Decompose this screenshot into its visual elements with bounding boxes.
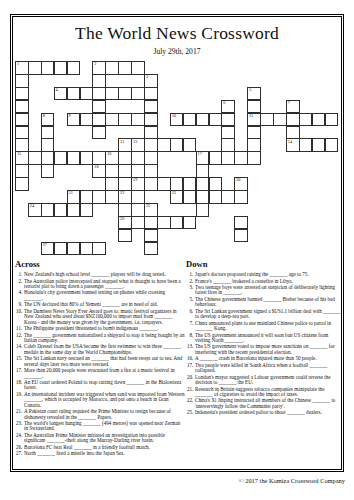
cell-number: 6 xyxy=(223,101,225,106)
grid-cell[interactable]: 27 xyxy=(41,242,55,256)
grid-cell[interactable] xyxy=(221,126,235,140)
clue-text: A Pakistan court ruling required the Pri… xyxy=(24,408,171,419)
down-clue: 17.Two people were killed in South Afric… xyxy=(186,363,342,374)
clue-text: Two people were killed in South Africa w… xyxy=(195,362,327,373)
grid-cell[interactable] xyxy=(144,100,158,114)
clue-number: 10. xyxy=(15,309,22,314)
cell-number: 12 xyxy=(120,140,124,145)
clue-text: Caleb Dressel from the USA became the fi… xyxy=(24,343,181,354)
clue-text: The Sri Lankan government signed a $US1.… xyxy=(195,308,341,319)
across-clue: 19.An international incident was trigger… xyxy=(15,392,185,408)
clue-text: London's mayor suggested a Labour govern… xyxy=(195,374,331,385)
grid-cell[interactable] xyxy=(144,138,158,152)
grid-cell[interactable] xyxy=(105,177,119,191)
grid-cell[interactable] xyxy=(41,126,55,140)
grid-cell[interactable] xyxy=(144,242,158,256)
grid-cell[interactable] xyxy=(157,216,171,230)
clue-number: 24. xyxy=(15,433,22,438)
grid-cell[interactable] xyxy=(15,138,29,152)
cell-number: 3 xyxy=(146,75,148,80)
grid-cell[interactable] xyxy=(221,138,235,152)
clue-number: 25. xyxy=(186,410,193,415)
grid-cell[interactable] xyxy=(15,87,29,101)
grid-cell[interactable] xyxy=(54,61,68,75)
grid-cell[interactable] xyxy=(144,177,158,191)
across-clue: 21.A Pakistan court ruling required the … xyxy=(15,409,185,420)
grid-cell[interactable]: 17 xyxy=(196,151,210,165)
grid-cell[interactable] xyxy=(92,87,106,101)
clue-number: 17. xyxy=(186,363,193,368)
grid-cell[interactable] xyxy=(80,87,94,101)
grid-cell[interactable] xyxy=(312,113,326,127)
cell-number: 22 xyxy=(120,191,124,196)
grid-cell[interactable] xyxy=(221,190,235,204)
clue-number: 1. xyxy=(15,272,22,277)
grid-cell[interactable] xyxy=(170,216,184,230)
cell-number: 4 xyxy=(56,88,58,93)
across-clue: 14.Caleb Dressel from the USA became the… xyxy=(15,344,185,355)
grid-cell[interactable] xyxy=(28,61,42,75)
grid-cell[interactable] xyxy=(80,190,94,204)
clue-number: 18. xyxy=(15,380,22,385)
grid-cell[interactable] xyxy=(67,242,81,256)
grid-cell[interactable] xyxy=(118,164,132,178)
grid-cell[interactable] xyxy=(92,242,106,256)
down-clue: 5.The Chinese government banned _______ … xyxy=(186,297,342,308)
grid-cell[interactable] xyxy=(299,113,313,127)
cell-number: 2 xyxy=(94,62,96,67)
cell-number: 13 xyxy=(133,140,137,145)
grid-cell[interactable] xyxy=(144,113,158,127)
grid-cell[interactable] xyxy=(118,87,132,101)
grid-cell[interactable] xyxy=(157,177,171,191)
cell-number: 10 xyxy=(172,114,176,119)
grid-cell[interactable]: 21 xyxy=(67,190,81,204)
clue-number: 21. xyxy=(186,387,193,392)
grid-cell[interactable] xyxy=(144,229,158,243)
clue-text: The US government announced it will soon… xyxy=(195,332,328,343)
grid-cell[interactable] xyxy=(144,126,158,140)
clue-number: 15. xyxy=(15,356,22,361)
grid-cell[interactable] xyxy=(54,242,68,256)
grid-cell[interactable] xyxy=(286,113,300,127)
grid-cell[interactable] xyxy=(105,61,119,75)
clue-text: An EU court ordered Poland to stop cutti… xyxy=(24,379,181,390)
grid-cell[interactable] xyxy=(92,190,106,204)
grid-cell[interactable] xyxy=(144,164,158,178)
grid-cell[interactable] xyxy=(80,242,94,256)
down-clue: 6.The Sri Lankan government signed a $US… xyxy=(186,309,342,320)
grid-cell[interactable] xyxy=(131,87,145,101)
grid-cell[interactable] xyxy=(247,100,261,114)
grid-cell[interactable] xyxy=(157,138,171,152)
clue-number: 23. xyxy=(15,421,22,426)
grid-cell[interactable] xyxy=(118,113,132,127)
clue-text: China announced plans to use mainland Ch… xyxy=(195,320,331,331)
grid-cell[interactable]: 26 xyxy=(118,216,132,230)
grid-cell[interactable] xyxy=(92,113,106,127)
grid-cell[interactable] xyxy=(41,203,55,217)
grid-cell[interactable] xyxy=(92,151,106,165)
grid-cell[interactable] xyxy=(325,138,339,152)
grid-cell[interactable] xyxy=(325,113,339,127)
grid-cell[interactable] xyxy=(234,229,248,243)
cell-number: 11 xyxy=(249,114,253,119)
clue-text: More than 20,000 people were evacuated f… xyxy=(24,367,175,378)
clue-text: Research in Britain suggests tobacco com… xyxy=(195,386,324,397)
grid-cell[interactable] xyxy=(299,138,313,152)
cell-number: 21 xyxy=(68,191,72,196)
grid-cell[interactable]: 23 xyxy=(170,190,184,204)
grid-cell[interactable]: 6 xyxy=(221,100,235,114)
cell-number: 15 xyxy=(17,152,21,157)
clue-text: A _______ crash in Barcelona injured mor… xyxy=(195,355,317,361)
grid-cell[interactable] xyxy=(92,126,106,140)
across-clue: 17.More than 20,000 people were evacuate… xyxy=(15,368,185,379)
grid-cell[interactable] xyxy=(221,151,235,165)
clue-text: France's _______ brokered a ceasefire in… xyxy=(195,278,293,284)
clue-number: 27. xyxy=(15,451,22,456)
clue-number: 11. xyxy=(15,326,22,331)
grid-cell[interactable] xyxy=(131,113,145,127)
grid-cell[interactable]: 5 xyxy=(247,87,261,101)
grid-cell[interactable] xyxy=(170,138,184,152)
clue-number: 21. xyxy=(15,409,22,414)
grid-cell[interactable] xyxy=(247,151,261,165)
grid-cell[interactable]: 12 xyxy=(118,138,132,152)
grid-cell[interactable] xyxy=(41,164,55,178)
down-clue: 25.Indonesia's president ordered police … xyxy=(186,410,342,415)
grid-cell[interactable] xyxy=(15,100,29,114)
clue-text: Barcelona FC beat Real _______ in a frie… xyxy=(24,444,150,450)
grid-cell[interactable]: 10 xyxy=(170,113,184,127)
grid-cell[interactable] xyxy=(196,177,210,191)
cell-number: 1 xyxy=(17,62,19,67)
clue-number: 19. xyxy=(15,392,22,397)
grid-cell[interactable] xyxy=(67,151,81,165)
cell-number: 17 xyxy=(197,152,201,157)
grid-cell[interactable] xyxy=(170,177,184,191)
grid-cell[interactable]: 13 xyxy=(131,138,145,152)
down-clue: 21.Research in Britain suggests tobacco … xyxy=(186,387,342,398)
down-clue: 13.The US government voted to impose mor… xyxy=(186,344,342,355)
cell-number: 18 xyxy=(94,165,98,170)
grid-cell[interactable] xyxy=(209,113,223,127)
grid-cell[interactable] xyxy=(105,113,119,127)
clue-number: 8. xyxy=(186,333,193,338)
grid-cell[interactable] xyxy=(54,151,68,165)
clue-number: 17. xyxy=(15,368,22,373)
clue-text: The UN declared that 80% of Yemeni _____… xyxy=(24,301,158,307)
cell-number: 7 xyxy=(288,101,290,106)
grid-cell[interactable] xyxy=(209,151,223,165)
grid-cell[interactable] xyxy=(312,138,326,152)
across-clues-column: Across 1.New Zealand's high school level… xyxy=(15,260,185,458)
clue-text: New Zealand's high school level _______ … xyxy=(24,271,166,277)
clue-number: 16. xyxy=(186,356,193,361)
clue-text: China's Xi Jinping instructed all member… xyxy=(195,397,335,408)
grid-cell[interactable] xyxy=(80,151,94,165)
clue-text: The Chinese government banned _______ Bi… xyxy=(195,296,335,307)
grid-cell[interactable] xyxy=(183,190,197,204)
grid-cell[interactable] xyxy=(247,138,261,152)
grid-cell[interactable] xyxy=(80,203,94,217)
grid-cell[interactable] xyxy=(92,100,106,114)
grid-cell[interactable]: 15 xyxy=(15,151,29,165)
clue-text: An international incident was triggered … xyxy=(24,391,184,408)
across-clue: 12.The _______ government nationalised a… xyxy=(15,333,185,344)
grid-cell[interactable]: 20 xyxy=(234,177,248,191)
grid-cell[interactable] xyxy=(286,126,300,140)
clue-number: 9. xyxy=(15,302,22,307)
cell-number: 24 xyxy=(30,204,34,209)
grid-cell[interactable]: 25 xyxy=(144,203,158,217)
grid-cell[interactable] xyxy=(144,151,158,165)
grid-cell[interactable] xyxy=(183,216,197,230)
down-clue: 3.Two teenage boys were arrested on susp… xyxy=(186,285,342,296)
grid-cell[interactable] xyxy=(41,151,55,165)
cell-number: 20 xyxy=(236,178,240,183)
grid-cell[interactable] xyxy=(196,164,210,178)
grid-cell[interactable]: 1 xyxy=(15,61,29,75)
cell-number: 27 xyxy=(43,243,47,248)
grid-cell[interactable] xyxy=(221,113,235,127)
cell-number: 5 xyxy=(249,88,251,93)
across-clue: 24.The Australian Prime Minister initiat… xyxy=(15,433,185,444)
grid-cell[interactable] xyxy=(80,113,94,127)
across-clue: 27.North _______ fired a missile into th… xyxy=(15,451,185,456)
grid-cell[interactable] xyxy=(15,177,29,191)
grid-cell[interactable]: 14 xyxy=(286,138,300,152)
grid-cell[interactable] xyxy=(234,216,248,230)
clue-text: Two teenage boys were arrested on suspic… xyxy=(195,284,335,295)
grid-cell[interactable] xyxy=(260,113,274,127)
grid-cell[interactable]: 24 xyxy=(28,203,42,217)
grid-cell[interactable] xyxy=(118,203,132,217)
clue-number: 6. xyxy=(186,309,193,314)
grid-cell[interactable] xyxy=(209,177,223,191)
grid-cell[interactable] xyxy=(105,190,119,204)
grid-cell[interactable] xyxy=(15,126,29,140)
grid-cell[interactable] xyxy=(247,126,261,140)
grid-cell[interactable] xyxy=(92,74,106,88)
grid-cell[interactable]: 19 xyxy=(131,177,145,191)
grid-cell[interactable] xyxy=(273,113,287,127)
grid-cell[interactable]: 22 xyxy=(118,190,132,204)
grid-cell[interactable] xyxy=(183,177,197,191)
grid-cell[interactable] xyxy=(105,87,119,101)
clue-number: 3. xyxy=(186,285,193,290)
grid-cell[interactable] xyxy=(131,61,145,75)
cell-number: 9 xyxy=(68,114,70,119)
clue-text: The Philippine president threatened to b… xyxy=(24,325,159,331)
across-clue: 18.An EU court ordered Poland to stop cu… xyxy=(15,380,185,391)
grid-cell[interactable] xyxy=(67,61,81,75)
grid-cell[interactable] xyxy=(131,216,145,230)
clue-number: 20. xyxy=(186,375,193,380)
across-clue: 2.The Australian police intercepted and … xyxy=(15,279,185,290)
down-clues-column: Down 1.Japan's doctors proposed raising … xyxy=(186,260,342,417)
grid-cell[interactable] xyxy=(118,61,132,75)
grid-cell[interactable] xyxy=(196,190,210,204)
across-clue: 10.The Dumbest News Story Ever Award goe… xyxy=(15,309,185,325)
clue-number: 1. xyxy=(186,272,193,277)
grid-cell[interactable]: 8 xyxy=(41,113,55,127)
grid-cell[interactable]: 3 xyxy=(144,74,158,88)
copyright-footer: © 2017 the Komiza Crossword Company xyxy=(239,477,345,484)
across-heading: Across xyxy=(15,260,185,269)
cell-number: 8 xyxy=(43,114,45,119)
grid-cell[interactable] xyxy=(67,87,81,101)
grid-cell[interactable]: 11 xyxy=(247,113,261,127)
down-clue-list: 1.Japan's doctors proposed raising the _… xyxy=(186,272,342,416)
grid-cell[interactable] xyxy=(118,229,132,243)
grid-cell[interactable] xyxy=(196,203,210,217)
grid-cell[interactable] xyxy=(131,151,145,165)
clue-number: 14. xyxy=(15,344,22,349)
grid-cell[interactable] xyxy=(131,190,145,204)
clue-number: 13. xyxy=(186,344,193,349)
grid-cell[interactable]: 16 xyxy=(105,151,119,165)
down-heading: Down xyxy=(186,260,342,269)
down-clue: 7.China announced plans to use mainland … xyxy=(186,321,342,332)
crossword-page: The World News Crossword July 29th, 2017… xyxy=(0,0,354,500)
grid-cell[interactable] xyxy=(183,113,197,127)
clue-number: 22. xyxy=(186,398,193,403)
grid-cell[interactable] xyxy=(15,113,29,127)
across-clue: 4.Honolulu's city government banned text… xyxy=(15,290,185,301)
clue-number: 7. xyxy=(186,321,193,326)
clue-text: The _______ government nationalised a sh… xyxy=(24,332,184,343)
grid-cell[interactable] xyxy=(67,203,81,217)
grid-cell[interactable] xyxy=(209,190,223,204)
clue-text: The Australian police intercepted and st… xyxy=(24,278,181,289)
grid-cell[interactable] xyxy=(28,151,42,165)
clue-number: 5. xyxy=(186,297,193,302)
clue-number: 12. xyxy=(15,333,22,338)
crossword-grid: 1234567891011121314151617181920212223242… xyxy=(15,61,339,256)
grid-cell[interactable]: 9 xyxy=(67,113,81,127)
cell-number: 26 xyxy=(120,217,124,222)
grid-cell[interactable] xyxy=(41,138,55,152)
grid-cell[interactable]: 18 xyxy=(92,164,106,178)
clue-text: The world's longest hanging _______ (494… xyxy=(24,420,181,431)
clue-text: The US government voted to impose more s… xyxy=(195,343,335,354)
cell-number: 23 xyxy=(172,191,176,196)
across-clue: 23.The world's longest hanging _______ (… xyxy=(15,421,185,432)
puzzle-date: July 29th, 2017 xyxy=(0,47,354,56)
cell-number: 25 xyxy=(146,204,150,209)
down-clue: 20.London's mayor suggested a Labour gov… xyxy=(186,375,342,386)
grid-cell[interactable]: 4 xyxy=(54,87,68,101)
clue-text: Indonesia's president ordered police to … xyxy=(195,409,322,415)
clue-number: 2. xyxy=(15,279,22,284)
grid-cell[interactable] xyxy=(131,164,145,178)
grid-cell[interactable] xyxy=(15,164,29,178)
cell-number: 19 xyxy=(133,178,137,183)
cell-number: 14 xyxy=(288,140,292,145)
clue-text: Honolulu's city government banned textin… xyxy=(24,289,165,300)
clue-text: The Dumbest News Story Ever Award goes t… xyxy=(24,308,177,325)
grid-cell[interactable] xyxy=(196,113,210,127)
across-clue-list: 1.New Zealand's high school level ______… xyxy=(15,272,185,457)
clue-text: Japan's doctors proposed raising the ___… xyxy=(195,271,309,277)
grid-cell[interactable] xyxy=(54,203,68,217)
grid-cell[interactable] xyxy=(15,74,29,88)
grid-cell[interactable] xyxy=(41,61,55,75)
clue-number: 4. xyxy=(15,290,22,295)
down-clue: 22.China's Xi Jinping instructed all mem… xyxy=(186,398,342,409)
grid-cell[interactable] xyxy=(234,151,248,165)
grid-cell[interactable]: 7 xyxy=(286,100,300,114)
down-clue: 8.The US government announced it will so… xyxy=(186,333,342,344)
clue-text: North _______ fired a missile into the J… xyxy=(24,450,125,456)
grid-cell[interactable] xyxy=(105,164,119,178)
grid-cell[interactable] xyxy=(144,216,158,230)
cell-number: 16 xyxy=(107,152,111,157)
across-clue: 15.The Sri Lankan navy rescued an ______… xyxy=(15,356,185,367)
clue-text: The Sri Lankan navy rescued an _______ t… xyxy=(24,355,182,366)
page-title: The World News Crossword xyxy=(0,23,354,44)
grid-cell[interactable]: 2 xyxy=(92,61,106,75)
grid-cell[interactable] xyxy=(144,87,158,101)
clue-text: The Australian Prime Minister initiated … xyxy=(24,432,165,443)
grid-cell[interactable] xyxy=(234,190,248,204)
grid-cell[interactable] xyxy=(183,138,197,152)
